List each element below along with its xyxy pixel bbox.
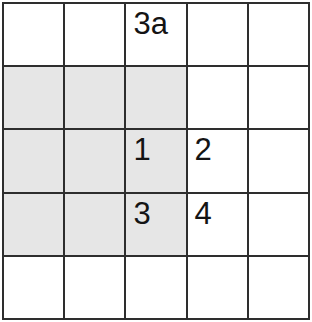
cell-r1c2[interactable] [65,4,124,65]
cell-r1c1[interactable] [4,4,63,65]
cell-r4c4[interactable]: 4 [188,194,247,255]
cell-r1c3[interactable]: 3a [126,4,185,65]
cell-r3c4[interactable]: 2 [188,130,247,191]
cell-r5c4[interactable] [188,257,247,318]
cell-r2c2[interactable] [65,67,124,128]
cell-r3c2[interactable] [65,130,124,191]
cell-r4c2[interactable] [65,194,124,255]
cell-r1c4[interactable] [188,4,247,65]
cell-r5c3[interactable] [126,257,185,318]
cell-r2c4[interactable] [188,67,247,128]
cell-r4c1[interactable] [4,194,63,255]
puzzle-diagram: 3a1234 [0,0,312,322]
cell-r4c5[interactable] [249,194,308,255]
puzzle-board: 3a1234 [2,2,310,320]
cell-r2c5[interactable] [249,67,308,128]
cell-r3c1[interactable] [4,130,63,191]
cell-r1c5[interactable] [249,4,308,65]
cell-r5c5[interactable] [249,257,308,318]
cell-r2c3[interactable] [126,67,185,128]
cell-r2c1[interactable] [4,67,63,128]
cell-r5c2[interactable] [65,257,124,318]
cell-r5c1[interactable] [4,257,63,318]
cell-r4c3[interactable]: 3 [126,194,185,255]
cell-r3c3[interactable]: 1 [126,130,185,191]
cell-r3c5[interactable] [249,130,308,191]
